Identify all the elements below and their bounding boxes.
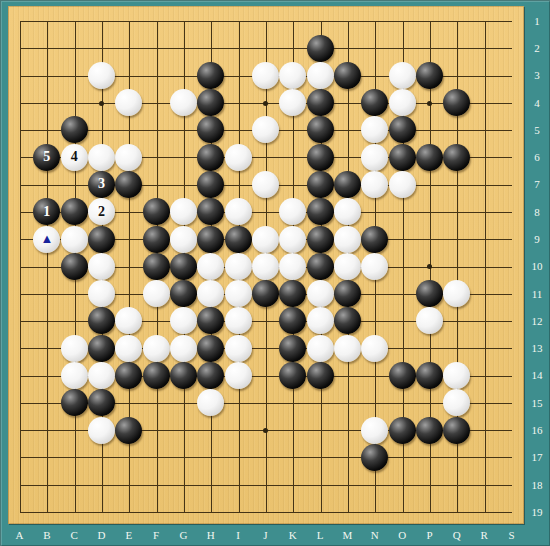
stone-G10[interactable] [170,253,197,280]
stone-L13[interactable] [307,335,334,362]
row-label-5: 5 [526,124,548,136]
stone-H3[interactable] [197,62,224,89]
column-label-O: O [392,529,412,541]
stone-L10[interactable] [307,253,334,280]
stone-O14[interactable] [389,362,416,389]
column-label-N: N [365,529,385,541]
stone-B6[interactable]: 5 [33,144,60,171]
stone-L8[interactable] [307,198,334,225]
stone-L7[interactable] [307,171,334,198]
stone-D9[interactable] [88,226,115,253]
column-label-J: J [255,529,275,541]
stone-I6[interactable] [225,144,252,171]
column-label-A: A [10,529,30,541]
stone-M9[interactable] [334,226,361,253]
stone-L11[interactable] [307,280,334,307]
stone-F14[interactable] [143,362,170,389]
stone-F9[interactable] [143,226,170,253]
column-label-H: H [201,529,221,541]
column-label-G: G [173,529,193,541]
column-label-I: I [228,529,248,541]
stone-Q16[interactable] [443,417,470,444]
stone-I9[interactable] [225,226,252,253]
stone-G4[interactable] [170,89,197,116]
column-label-F: F [146,529,166,541]
move-number-label: 2 [98,205,105,219]
row-label-6: 6 [526,151,548,163]
stone-M8[interactable] [334,198,361,225]
stone-F8[interactable] [143,198,170,225]
stone-I10[interactable] [225,253,252,280]
row-label-10: 10 [526,260,548,272]
move-number-label: 3 [98,177,105,191]
stone-D13[interactable] [88,335,115,362]
stone-I14[interactable] [225,362,252,389]
stone-C9[interactable] [61,226,88,253]
stone-N13[interactable] [361,335,388,362]
stone-O7[interactable] [389,171,416,198]
stone-D10[interactable] [88,253,115,280]
stone-K13[interactable] [279,335,306,362]
stone-J3[interactable] [252,62,279,89]
stone-L5[interactable] [307,116,334,143]
move-number-label: 1 [43,205,50,219]
stone-F10[interactable] [143,253,170,280]
stone-J11[interactable] [252,280,279,307]
stone-E16[interactable] [115,417,142,444]
stone-K3[interactable] [279,62,306,89]
stone-D6[interactable] [88,144,115,171]
stone-G13[interactable] [170,335,197,362]
stone-P11[interactable] [416,280,443,307]
column-label-C: C [64,529,84,541]
row-label-15: 15 [526,397,548,409]
column-label-L: L [310,529,330,541]
stone-Q6[interactable] [443,144,470,171]
stone-K9[interactable] [279,226,306,253]
stone-N17[interactable] [361,444,388,471]
stone-M13[interactable] [334,335,361,362]
stone-N6[interactable] [361,144,388,171]
stone-E6[interactable] [115,144,142,171]
stone-J7[interactable] [252,171,279,198]
stone-M3[interactable] [334,62,361,89]
row-label-11: 11 [526,288,548,300]
stone-C5[interactable] [61,116,88,143]
stone-I12[interactable] [225,307,252,334]
row-label-13: 13 [526,342,548,354]
move-number-label: 4 [71,150,78,164]
stone-C13[interactable] [61,335,88,362]
stone-D11[interactable] [88,280,115,307]
stone-N9[interactable] [361,226,388,253]
stone-O3[interactable] [389,62,416,89]
stone-O6[interactable] [389,144,416,171]
stone-L6[interactable] [307,144,334,171]
stone-K10[interactable] [279,253,306,280]
triangle-mark-icon: ▲ [40,232,53,245]
stone-M10[interactable] [334,253,361,280]
stone-N10[interactable] [361,253,388,280]
column-label-R: R [474,529,494,541]
stone-I11[interactable] [225,280,252,307]
stone-F13[interactable] [143,335,170,362]
column-label-S: S [501,529,521,541]
row-label-7: 7 [526,178,548,190]
column-label-D: D [91,529,111,541]
stone-M11[interactable] [334,280,361,307]
row-label-8: 8 [526,206,548,218]
stone-H9[interactable] [197,226,224,253]
column-label-B: B [37,529,57,541]
column-label-E: E [119,529,139,541]
stone-I13[interactable] [225,335,252,362]
stone-J10[interactable] [252,253,279,280]
stone-C6[interactable]: 4 [61,144,88,171]
stone-H10[interactable] [197,253,224,280]
row-label-1: 1 [526,15,548,27]
stone-P3[interactable] [416,62,443,89]
stone-L4[interactable] [307,89,334,116]
stone-G11[interactable] [170,280,197,307]
stone-O5[interactable] [389,116,416,143]
stone-L12[interactable] [307,307,334,334]
go-board-frame: 54312▲ ABCDEFGHIJKLMNOPQRS 1234567891011… [0,0,550,546]
stone-I8[interactable] [225,198,252,225]
stone-L14[interactable] [307,362,334,389]
stone-D3[interactable] [88,62,115,89]
row-label-17: 17 [526,451,548,463]
stone-G14[interactable] [170,362,197,389]
stone-D14[interactable] [88,362,115,389]
stone-P16[interactable] [416,417,443,444]
stone-L2[interactable] [307,35,334,62]
stone-C8[interactable] [61,198,88,225]
row-label-19: 19 [526,506,548,518]
stone-D7[interactable]: 3 [88,171,115,198]
column-label-Q: Q [447,529,467,541]
row-label-14: 14 [526,369,548,381]
stone-M7[interactable] [334,171,361,198]
row-label-2: 2 [526,42,548,54]
stone-P14[interactable] [416,362,443,389]
row-label-12: 12 [526,315,548,327]
stone-D15[interactable] [88,389,115,416]
row-label-9: 9 [526,233,548,245]
column-label-K: K [283,529,303,541]
stone-N16[interactable] [361,417,388,444]
stone-O16[interactable] [389,417,416,444]
column-label-P: P [419,529,439,541]
stone-C15[interactable] [61,389,88,416]
stone-Q14[interactable] [443,362,470,389]
stone-L3[interactable] [307,62,334,89]
stone-H6[interactable] [197,144,224,171]
stone-P6[interactable] [416,144,443,171]
stone-F11[interactable] [143,280,170,307]
row-label-18: 18 [526,479,548,491]
stone-B9[interactable]: ▲ [33,226,60,253]
row-label-4: 4 [526,97,548,109]
stone-L9[interactable] [307,226,334,253]
row-label-3: 3 [526,69,548,81]
stone-E13[interactable] [115,335,142,362]
stone-J9[interactable] [252,226,279,253]
row-label-16: 16 [526,424,548,436]
move-number-label: 5 [43,150,50,164]
stone-C14[interactable] [61,362,88,389]
stone-H13[interactable] [197,335,224,362]
stone-D16[interactable] [88,417,115,444]
stone-C10[interactable] [61,253,88,280]
stone-G9[interactable] [170,226,197,253]
column-label-M: M [337,529,357,541]
stone-O4[interactable] [389,89,416,116]
